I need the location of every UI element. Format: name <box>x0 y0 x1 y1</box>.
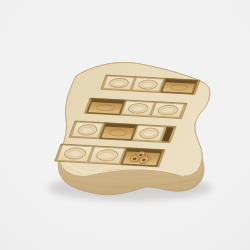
compartment-floor <box>88 102 122 114</box>
compartment-floor <box>163 82 196 93</box>
product-photo <box>0 0 250 250</box>
puzzle-board <box>0 0 250 250</box>
compartment-floor <box>102 127 135 140</box>
